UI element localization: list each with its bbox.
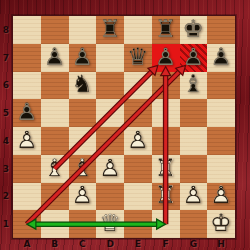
piece-white-pawn-h2[interactable]: ♟♙ <box>207 183 235 211</box>
file-label-f: F <box>152 239 180 249</box>
piece-glyph-detail: ♗ <box>44 156 66 180</box>
file-label-d: D <box>96 239 124 249</box>
piece-glyph-detail: ♙ <box>16 128 38 152</box>
square-g1[interactable] <box>180 210 208 238</box>
square-e1[interactable] <box>124 210 152 238</box>
file-label-g: G <box>180 239 208 249</box>
square-d8[interactable]: ♜♖ <box>96 16 124 44</box>
rank-label-2: 2 <box>0 191 12 201</box>
square-b7[interactable]: ♟♙ <box>41 44 69 72</box>
piece-glyph-detail: ♙ <box>72 45 94 69</box>
square-a5[interactable]: ♟♙ <box>13 99 41 127</box>
piece-glyph-detail: ♖ <box>155 17 177 41</box>
piece-white-pawn-c2[interactable]: ♟♙ <box>69 183 97 211</box>
piece-white-rook-f3[interactable]: ♜♖ <box>152 155 180 183</box>
square-f8[interactable]: ♜♖ <box>152 16 180 44</box>
square-b2[interactable] <box>41 183 69 211</box>
piece-glyph-detail: ♘ <box>72 72 94 96</box>
piece-white-pawn-g2[interactable]: ♟♙ <box>180 183 208 211</box>
square-a2[interactable] <box>13 183 41 211</box>
square-f6[interactable] <box>152 72 180 100</box>
square-a1[interactable] <box>13 210 41 238</box>
file-label-h: H <box>207 239 235 249</box>
piece-glyph-detail: ♖ <box>155 183 177 207</box>
square-e5[interactable] <box>124 99 152 127</box>
piece-glyph-detail: ♖ <box>155 156 177 180</box>
piece-black-queen-e7[interactable]: ♛♕ <box>124 44 152 72</box>
square-e4[interactable]: ♟♙ <box>124 127 152 155</box>
piece-glyph-detail: ♕ <box>99 211 121 235</box>
piece-white-king-h1[interactable]: ♚♔ <box>207 210 235 238</box>
chess-board: ♜♖♜♖♚♔♟♙♟♙♛♕♟♙♟♙♟♙♞♘♝♗♟♙♟♙♟♙♝♗♝♗♟♙♜♖♟♙♜♖… <box>13 16 235 238</box>
piece-glyph-detail: ♙ <box>210 183 232 207</box>
square-e7[interactable]: ♛♕ <box>124 44 152 72</box>
piece-black-rook-f8[interactable]: ♜♖ <box>152 16 180 44</box>
square-h1[interactable]: ♚♔ <box>207 210 235 238</box>
square-g5[interactable] <box>180 99 208 127</box>
square-e3[interactable] <box>124 155 152 183</box>
square-h7[interactable]: ♟♙ <box>207 44 235 72</box>
square-a4[interactable]: ♟♙ <box>13 127 41 155</box>
square-h8[interactable] <box>207 16 235 44</box>
square-c2[interactable]: ♟♙ <box>69 183 97 211</box>
square-e6[interactable] <box>124 72 152 100</box>
piece-glyph-detail: ♗ <box>183 72 205 96</box>
piece-white-queen-d1[interactable]: ♛♕ <box>96 210 124 238</box>
square-d4[interactable] <box>96 127 124 155</box>
piece-black-pawn-h7[interactable]: ♟♙ <box>207 44 235 72</box>
piece-white-pawn-e4[interactable]: ♟♙ <box>124 127 152 155</box>
piece-black-rook-d8[interactable]: ♜♖ <box>96 16 124 44</box>
piece-glyph-detail: ♙ <box>99 156 121 180</box>
square-b4[interactable] <box>41 127 69 155</box>
square-f2[interactable]: ♜♖ <box>152 183 180 211</box>
square-e8[interactable] <box>124 16 152 44</box>
piece-black-pawn-g7[interactable]: ♟♙ <box>180 44 208 72</box>
square-c8[interactable] <box>69 16 97 44</box>
file-label-c: C <box>69 239 97 249</box>
piece-glyph-detail: ♔ <box>210 211 232 235</box>
piece-glyph-detail: ♙ <box>183 183 205 207</box>
square-g4[interactable] <box>180 127 208 155</box>
file-label-e: E <box>124 239 152 249</box>
piece-black-pawn-b7[interactable]: ♟♙ <box>41 44 69 72</box>
rank-label-6: 6 <box>0 80 12 90</box>
square-f5[interactable] <box>152 99 180 127</box>
board-frame: ♜♖♜♖♚♔♟♙♟♙♛♕♟♙♟♙♟♙♞♘♝♗♟♙♟♙♟♙♝♗♝♗♟♙♜♖♟♙♜♖… <box>0 0 250 250</box>
rank-label-8: 8 <box>0 25 12 35</box>
square-h2[interactable]: ♟♙ <box>207 183 235 211</box>
square-d1[interactable]: ♛♕ <box>96 210 124 238</box>
square-f3[interactable]: ♜♖ <box>152 155 180 183</box>
square-f4[interactable] <box>152 127 180 155</box>
square-a6[interactable] <box>13 72 41 100</box>
square-f1[interactable] <box>152 210 180 238</box>
piece-glyph-detail: ♔ <box>183 17 205 41</box>
square-d7[interactable] <box>96 44 124 72</box>
piece-glyph-detail: ♖ <box>99 17 121 41</box>
piece-white-bishop-c3[interactable]: ♝♗ <box>69 155 97 183</box>
square-g8[interactable]: ♚♔ <box>180 16 208 44</box>
square-h4[interactable] <box>207 127 235 155</box>
square-c6[interactable]: ♞♘ <box>69 72 97 100</box>
piece-black-king-g8[interactable]: ♚♔ <box>180 16 208 44</box>
file-label-a: A <box>13 239 41 249</box>
square-d3[interactable]: ♟♙ <box>96 155 124 183</box>
square-g7-highlighted[interactable]: ♟♙ <box>180 44 208 72</box>
piece-black-bishop-g6[interactable]: ♝♗ <box>180 72 208 100</box>
square-c4[interactable] <box>69 127 97 155</box>
square-g3[interactable] <box>180 155 208 183</box>
square-e2[interactable] <box>124 183 152 211</box>
square-a8[interactable] <box>13 16 41 44</box>
square-g2[interactable]: ♟♙ <box>180 183 208 211</box>
rank-label-3: 3 <box>0 164 12 174</box>
square-d5[interactable] <box>96 99 124 127</box>
piece-glyph-detail: ♙ <box>183 45 205 69</box>
file-label-b: B <box>41 239 69 249</box>
square-b8[interactable] <box>41 16 69 44</box>
piece-white-rook-f2[interactable]: ♜♖ <box>152 183 180 211</box>
piece-glyph-detail: ♙ <box>127 128 149 152</box>
rank-label-4: 4 <box>0 136 12 146</box>
piece-black-pawn-f7[interactable]: ♟♙ <box>152 44 180 72</box>
square-c3[interactable]: ♝♗ <box>69 155 97 183</box>
square-a7[interactable] <box>13 44 41 72</box>
square-h6[interactable] <box>207 72 235 100</box>
square-b3[interactable]: ♝♗ <box>41 155 69 183</box>
piece-white-pawn-d3[interactable]: ♟♙ <box>96 155 124 183</box>
square-b5[interactable] <box>41 99 69 127</box>
piece-glyph-detail: ♙ <box>72 183 94 207</box>
rank-label-1: 1 <box>0 219 12 229</box>
piece-black-pawn-c7[interactable]: ♟♙ <box>69 44 97 72</box>
piece-glyph-detail: ♙ <box>16 100 38 124</box>
rank-label-5: 5 <box>0 108 12 118</box>
square-a3[interactable] <box>13 155 41 183</box>
square-b1[interactable] <box>41 210 69 238</box>
rank-label-7: 7 <box>0 53 12 63</box>
piece-glyph-detail: ♙ <box>155 45 177 69</box>
square-f7-highlighted[interactable]: ♟♙ <box>152 44 180 72</box>
square-g6[interactable]: ♝♗ <box>180 72 208 100</box>
piece-white-bishop-b3[interactable]: ♝♗ <box>41 155 69 183</box>
piece-black-knight-c6[interactable]: ♞♘ <box>69 72 97 100</box>
square-b6[interactable] <box>41 72 69 100</box>
piece-glyph-detail: ♙ <box>44 45 66 69</box>
square-c5[interactable] <box>69 99 97 127</box>
piece-glyph-detail: ♙ <box>210 45 232 69</box>
piece-black-pawn-a5[interactable]: ♟♙ <box>13 99 41 127</box>
square-d2[interactable] <box>96 183 124 211</box>
square-c1[interactable] <box>69 210 97 238</box>
piece-white-pawn-a4[interactable]: ♟♙ <box>13 127 41 155</box>
piece-glyph-detail: ♗ <box>72 156 94 180</box>
square-c7[interactable]: ♟♙ <box>69 44 97 72</box>
piece-glyph-detail: ♕ <box>127 45 149 69</box>
square-h5[interactable] <box>207 99 235 127</box>
square-d6[interactable] <box>96 72 124 100</box>
square-h3[interactable] <box>207 155 235 183</box>
